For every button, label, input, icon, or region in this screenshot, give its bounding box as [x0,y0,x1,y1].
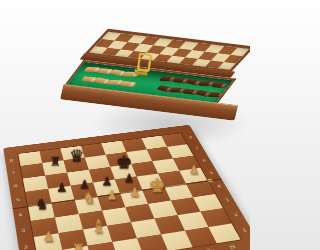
square-e4: ♟ [120,190,148,207]
piece-light-pawn: ♟ [101,189,121,203]
piece-light-rook: ♜ [66,241,89,250]
piece-light-pawn: ♟ [184,163,203,177]
square-b1: ♜ [62,246,92,250]
piece-dark-pawn: ♟ [97,175,117,189]
piece-light-king: ♚ [147,174,167,196]
square-a6 [23,176,48,192]
piece-dark-queen: ♛ [67,146,86,166]
piece-dark-pawn: ♟ [119,172,139,186]
piece-dark-king: ♚ [114,152,133,173]
piece-light-knight: ♞ [78,190,99,206]
brass-clasp-icon [137,53,152,72]
rank-label-8: 8 [4,154,18,168]
piece-light-pawn: ♟ [37,229,59,244]
square-f2 [154,215,184,234]
square-c4: ♞ [75,196,103,214]
product-photo-scene: ♜♛♚♟♟♟♟♟♞♞♟♟♚♟♝♜ ABCDEFGH 12345678 12345… [0,0,250,250]
stored-piece-light [120,81,136,87]
stored-piece-dark [208,92,225,97]
piece-dark-pawn: ♟ [52,181,72,195]
file-label-H: H [219,243,246,250]
square-d4: ♟ [97,193,125,211]
piece-dark-rook: ♜ [45,155,64,169]
piece-dark-knight: ♞ [31,196,52,213]
piece-light-pawn: ♟ [124,185,144,199]
board-grid: ♜♛♚♟♟♟♟♟♞♞♟♟♚♟♝♜ [17,133,242,250]
square-a2: ♟ [34,233,63,250]
rank-label-2: 2 [17,238,34,250]
piece-light-bishop: ♝ [87,216,109,237]
stored-piece-dark [211,82,227,88]
